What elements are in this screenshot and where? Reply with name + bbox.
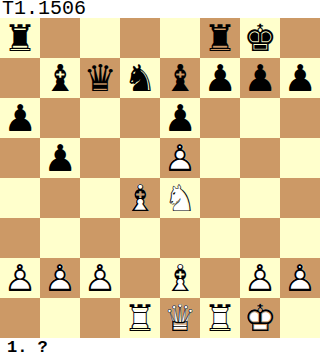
square-f3[interactable] bbox=[200, 218, 240, 258]
move-prompt: 1. ? bbox=[7, 338, 48, 357]
piece-white-bishop[interactable]: ♝♗ bbox=[120, 178, 160, 218]
piece-black-pawn[interactable]: ♟ bbox=[0, 98, 40, 138]
square-h3[interactable] bbox=[280, 218, 320, 258]
square-g1[interactable]: ♚♔ bbox=[240, 298, 280, 338]
piece-white-king[interactable]: ♚♔ bbox=[240, 298, 280, 338]
chess-board: ♜♜♚♝♛♞♝♟♟♟♟♟♟♟♙♝♗♞♘♟♙♟♙♟♙♝♗♟♙♟♙♜♖♛♕♜♖♚♔ bbox=[0, 18, 320, 338]
piece-black-rook[interactable]: ♜ bbox=[200, 18, 240, 58]
piece-white-pawn[interactable]: ♟♙ bbox=[280, 258, 320, 298]
piece-white-knight[interactable]: ♞♘ bbox=[160, 178, 200, 218]
piece-white-queen[interactable]: ♛♕ bbox=[160, 298, 200, 338]
square-h2[interactable]: ♟♙ bbox=[280, 258, 320, 298]
black-piece-glyph: ♜ bbox=[0, 18, 40, 58]
piece-white-bishop[interactable]: ♝♗ bbox=[160, 258, 200, 298]
white-piece-outline: ♙ bbox=[40, 258, 80, 298]
white-piece-outline: ♙ bbox=[0, 258, 40, 298]
footer-bar: 1. ? bbox=[0, 338, 320, 360]
square-g6[interactable] bbox=[240, 98, 280, 138]
square-e7[interactable]: ♝ bbox=[160, 58, 200, 98]
square-b3[interactable] bbox=[40, 218, 80, 258]
square-g7[interactable]: ♟ bbox=[240, 58, 280, 98]
square-h6[interactable] bbox=[280, 98, 320, 138]
piece-black-knight[interactable]: ♞ bbox=[120, 58, 160, 98]
square-e3[interactable] bbox=[160, 218, 200, 258]
black-piece-glyph: ♚ bbox=[240, 18, 280, 58]
square-c6[interactable] bbox=[80, 98, 120, 138]
square-e2[interactable]: ♝♗ bbox=[160, 258, 200, 298]
square-f7[interactable]: ♟ bbox=[200, 58, 240, 98]
piece-black-pawn[interactable]: ♟ bbox=[280, 58, 320, 98]
black-piece-glyph: ♟ bbox=[0, 98, 40, 138]
square-a8[interactable]: ♜ bbox=[0, 18, 40, 58]
square-g2[interactable]: ♟♙ bbox=[240, 258, 280, 298]
square-b6[interactable] bbox=[40, 98, 80, 138]
square-b2[interactable]: ♟♙ bbox=[40, 258, 80, 298]
black-piece-glyph: ♝ bbox=[40, 58, 80, 98]
square-f4[interactable] bbox=[200, 178, 240, 218]
square-e4[interactable]: ♞♘ bbox=[160, 178, 200, 218]
white-piece-outline: ♙ bbox=[80, 258, 120, 298]
piece-white-rook[interactable]: ♜♖ bbox=[200, 298, 240, 338]
white-piece-outline: ♖ bbox=[120, 298, 160, 338]
piece-black-queen[interactable]: ♛ bbox=[80, 58, 120, 98]
square-h5[interactable] bbox=[280, 138, 320, 178]
square-a4[interactable] bbox=[0, 178, 40, 218]
piece-black-bishop[interactable]: ♝ bbox=[40, 58, 80, 98]
piece-white-pawn[interactable]: ♟♙ bbox=[80, 258, 120, 298]
square-a1[interactable] bbox=[0, 298, 40, 338]
square-e6[interactable]: ♟ bbox=[160, 98, 200, 138]
piece-black-rook[interactable]: ♜ bbox=[0, 18, 40, 58]
square-f5[interactable] bbox=[200, 138, 240, 178]
square-e5[interactable]: ♟♙ bbox=[160, 138, 200, 178]
square-c5[interactable] bbox=[80, 138, 120, 178]
square-d4[interactable]: ♝♗ bbox=[120, 178, 160, 218]
square-a6[interactable]: ♟ bbox=[0, 98, 40, 138]
square-b5[interactable]: ♟ bbox=[40, 138, 80, 178]
square-c2[interactable]: ♟♙ bbox=[80, 258, 120, 298]
white-piece-outline: ♗ bbox=[160, 258, 200, 298]
black-piece-glyph: ♟ bbox=[160, 98, 200, 138]
square-f2[interactable] bbox=[200, 258, 240, 298]
square-c7[interactable]: ♛ bbox=[80, 58, 120, 98]
white-piece-outline: ♔ bbox=[240, 298, 280, 338]
black-piece-glyph: ♟ bbox=[40, 138, 80, 178]
white-piece-outline: ♙ bbox=[240, 258, 280, 298]
black-piece-glyph: ♝ bbox=[160, 58, 200, 98]
black-piece-glyph: ♛ bbox=[80, 58, 120, 98]
white-piece-outline: ♖ bbox=[200, 298, 240, 338]
square-a3[interactable] bbox=[0, 218, 40, 258]
piece-white-rook[interactable]: ♜♖ bbox=[120, 298, 160, 338]
square-a2[interactable]: ♟♙ bbox=[0, 258, 40, 298]
square-d8[interactable] bbox=[120, 18, 160, 58]
square-g5[interactable] bbox=[240, 138, 280, 178]
square-e8[interactable] bbox=[160, 18, 200, 58]
white-piece-outline: ♙ bbox=[160, 138, 200, 178]
black-piece-glyph: ♞ bbox=[120, 58, 160, 98]
square-e1[interactable]: ♛♕ bbox=[160, 298, 200, 338]
piece-white-pawn[interactable]: ♟♙ bbox=[240, 258, 280, 298]
square-c1[interactable] bbox=[80, 298, 120, 338]
square-d6[interactable] bbox=[120, 98, 160, 138]
piece-black-pawn[interactable]: ♟ bbox=[200, 58, 240, 98]
white-piece-outline: ♗ bbox=[120, 178, 160, 218]
chess-puzzle-app: T1.1506 ♜♜♚♝♛♞♝♟♟♟♟♟♟♟♙♝♗♞♘♟♙♟♙♟♙♝♗♟♙♟♙♜… bbox=[0, 0, 320, 360]
square-h8[interactable] bbox=[280, 18, 320, 58]
black-piece-glyph: ♟ bbox=[280, 58, 320, 98]
white-piece-outline: ♕ bbox=[160, 298, 200, 338]
square-g3[interactable] bbox=[240, 218, 280, 258]
square-f6[interactable] bbox=[200, 98, 240, 138]
square-g4[interactable] bbox=[240, 178, 280, 218]
square-f1[interactable]: ♜♖ bbox=[200, 298, 240, 338]
title-bar: T1.1506 bbox=[0, 0, 320, 18]
square-b7[interactable]: ♝ bbox=[40, 58, 80, 98]
square-d3[interactable] bbox=[120, 218, 160, 258]
square-h7[interactable]: ♟ bbox=[280, 58, 320, 98]
piece-black-bishop[interactable]: ♝ bbox=[160, 58, 200, 98]
white-piece-outline: ♘ bbox=[160, 178, 200, 218]
square-a7[interactable] bbox=[0, 58, 40, 98]
piece-black-pawn[interactable]: ♟ bbox=[160, 98, 200, 138]
square-h1[interactable] bbox=[280, 298, 320, 338]
square-d2[interactable] bbox=[120, 258, 160, 298]
square-g8[interactable]: ♚ bbox=[240, 18, 280, 58]
square-c3[interactable] bbox=[80, 218, 120, 258]
square-d7[interactable]: ♞ bbox=[120, 58, 160, 98]
square-b1[interactable] bbox=[40, 298, 80, 338]
square-a5[interactable] bbox=[0, 138, 40, 178]
square-d1[interactable]: ♜♖ bbox=[120, 298, 160, 338]
piece-white-pawn[interactable]: ♟♙ bbox=[0, 258, 40, 298]
piece-white-pawn[interactable]: ♟♙ bbox=[40, 258, 80, 298]
piece-white-pawn[interactable]: ♟♙ bbox=[160, 138, 200, 178]
square-b4[interactable] bbox=[40, 178, 80, 218]
white-piece-outline: ♙ bbox=[280, 258, 320, 298]
black-piece-glyph: ♟ bbox=[200, 58, 240, 98]
square-c8[interactable] bbox=[80, 18, 120, 58]
black-piece-glyph: ♟ bbox=[240, 58, 280, 98]
square-h4[interactable] bbox=[280, 178, 320, 218]
piece-black-king[interactable]: ♚ bbox=[240, 18, 280, 58]
piece-black-pawn[interactable]: ♟ bbox=[240, 58, 280, 98]
square-f8[interactable]: ♜ bbox=[200, 18, 240, 58]
square-b8[interactable] bbox=[40, 18, 80, 58]
black-piece-glyph: ♜ bbox=[200, 18, 240, 58]
square-c4[interactable] bbox=[80, 178, 120, 218]
piece-black-pawn[interactable]: ♟ bbox=[40, 138, 80, 178]
square-d5[interactable] bbox=[120, 138, 160, 178]
